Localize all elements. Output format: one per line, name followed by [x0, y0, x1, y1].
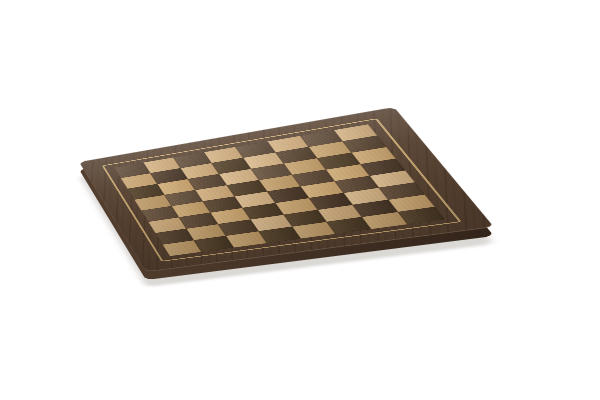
playing-area: [114, 124, 445, 256]
product-photo-scene: [0, 0, 600, 400]
